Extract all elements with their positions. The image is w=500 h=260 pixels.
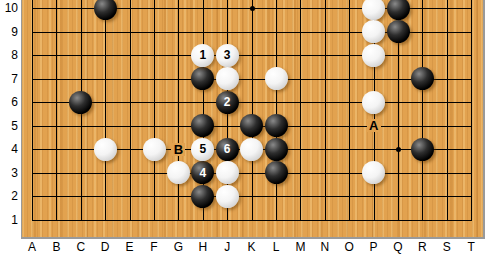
coord-letter-F: F (144, 240, 164, 254)
grid-line-v-F (154, 0, 155, 221)
coord-number-6: 6 (0, 95, 18, 109)
grid-line-v-M (300, 0, 301, 221)
stone-white-P8 (362, 44, 385, 67)
stone-white-K4 (240, 138, 263, 161)
coord-letter-R: R (412, 240, 432, 254)
coord-number-3: 3 (0, 166, 18, 180)
coord-letter-B: B (46, 240, 66, 254)
grid-line-v-D (105, 0, 106, 221)
stone-white-P10 (362, 0, 385, 20)
stone-white-G3 (167, 161, 190, 184)
stone-white-H4-move-5: 5 (191, 138, 214, 161)
grid-line-v-R (422, 0, 423, 221)
grid-line-h-8 (32, 55, 472, 56)
stone-black-Q9 (387, 20, 410, 43)
stone-white-P6 (362, 91, 385, 114)
stone-black-L5 (265, 114, 288, 137)
stone-white-J8-move-3: 3 (216, 44, 239, 67)
grid-line-v-K (252, 0, 253, 221)
stone-white-J7 (216, 67, 239, 90)
stone-white-D4 (94, 138, 117, 161)
coord-letter-P: P (364, 240, 384, 254)
coord-letter-L: L (266, 240, 286, 254)
coord-letter-S: S (437, 240, 457, 254)
stone-black-H5 (191, 114, 214, 137)
stone-black-Q10 (387, 0, 410, 20)
stone-black-R4 (411, 138, 434, 161)
coord-number-7: 7 (0, 72, 18, 86)
grid-line-h-3 (32, 173, 472, 174)
coord-number-4: 4 (0, 142, 18, 156)
stone-black-C6 (69, 91, 92, 114)
coord-letter-G: G (168, 240, 188, 254)
coord-letter-C: C (71, 240, 91, 254)
go-board-surface[interactable]: 264135AB (21, 0, 485, 239)
stone-black-L4 (265, 138, 288, 161)
coord-letter-H: H (193, 240, 213, 254)
coord-letter-T: T (461, 240, 481, 254)
coord-letter-M: M (290, 240, 310, 254)
coord-letter-N: N (315, 240, 335, 254)
stone-black-D10 (94, 0, 117, 20)
coord-letter-J: J (217, 240, 237, 254)
grid-line-v-B (56, 0, 57, 221)
stone-black-R7 (411, 67, 434, 90)
stone-black-L3 (265, 161, 288, 184)
grid-line-v-O (349, 0, 350, 221)
go-diagram: 264135AB ABCDEFGHJKLMNOPQRST10987654321 (0, 0, 500, 260)
coord-letter-Q: Q (388, 240, 408, 254)
grid-line-h-1 (32, 220, 472, 221)
grid-line-v-S (447, 0, 448, 221)
star-point-K10 (250, 6, 255, 11)
coord-number-9: 9 (0, 25, 18, 39)
stone-white-J2 (216, 185, 239, 208)
coord-letter-O: O (339, 240, 359, 254)
stone-black-H3-move-4: 4 (191, 161, 214, 184)
grid-line-v-E (130, 0, 131, 221)
stone-white-J3 (216, 161, 239, 184)
stone-white-F4 (143, 138, 166, 161)
stone-white-P3 (362, 161, 385, 184)
grid-line-v-L (276, 0, 277, 221)
stone-black-K5 (240, 114, 263, 137)
coord-letter-D: D (95, 240, 115, 254)
stone-black-H2 (191, 185, 214, 208)
coord-letter-A: A (22, 240, 42, 254)
grid-line-h-2 (32, 196, 472, 197)
stone-black-J6-move-2: 2 (216, 91, 239, 114)
coord-letter-K: K (242, 240, 262, 254)
grid-line-h-6 (32, 102, 472, 103)
grid-line-v-N (325, 0, 326, 221)
board-label-A: A (367, 119, 381, 132)
grid-line-v-A (32, 0, 33, 221)
grid-line-v-G (178, 0, 179, 221)
grid-line-h-7 (32, 79, 472, 80)
stone-white-L7 (265, 67, 288, 90)
grid-line-v-T (471, 0, 472, 221)
coord-number-10: 10 (0, 1, 18, 15)
coord-letter-E: E (120, 240, 140, 254)
coord-number-5: 5 (0, 119, 18, 133)
coord-number-1: 1 (0, 213, 18, 227)
coord-number-8: 8 (0, 48, 18, 62)
stone-white-P9 (362, 20, 385, 43)
stone-white-H8-move-1: 1 (191, 44, 214, 67)
stone-black-H7 (191, 67, 214, 90)
coord-number-2: 2 (0, 189, 18, 203)
board-label-B: B (171, 143, 185, 156)
star-point-Q4 (396, 147, 401, 152)
stone-black-J4-move-6: 6 (216, 138, 239, 161)
